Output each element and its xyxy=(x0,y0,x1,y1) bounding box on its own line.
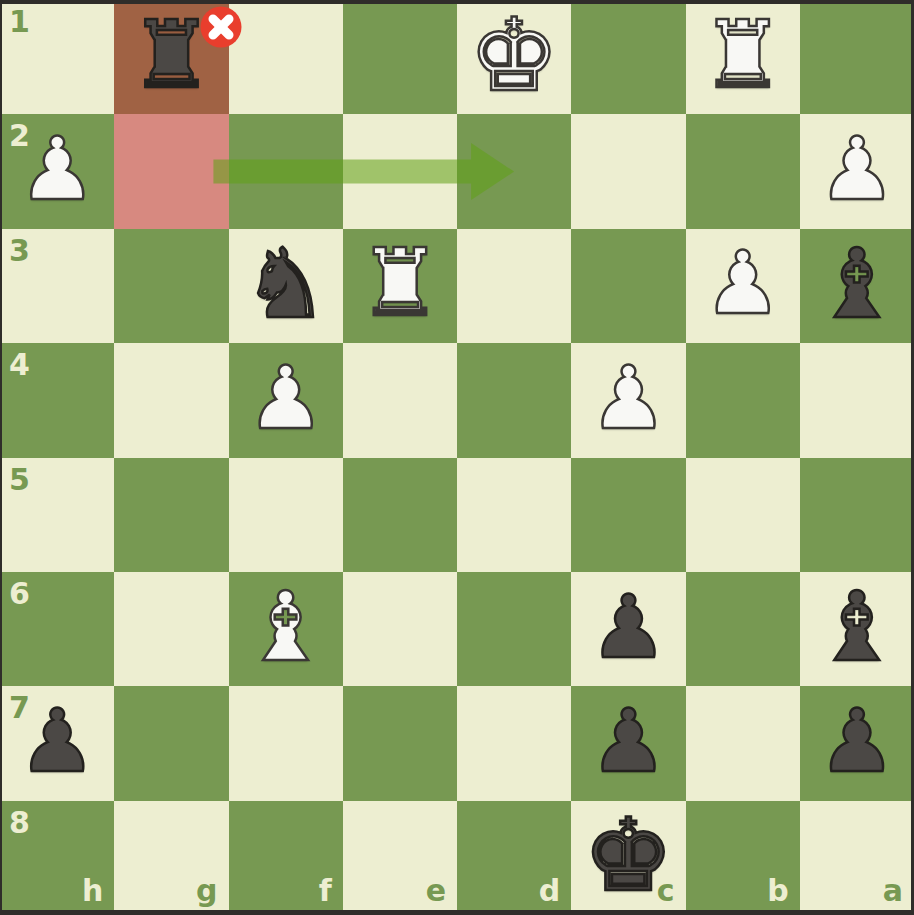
square-c3[interactable] xyxy=(571,229,685,343)
square-c8[interactable]: c♚ xyxy=(571,801,685,915)
square-c7[interactable]: ♟ xyxy=(571,686,685,800)
square-b3[interactable]: ♟ xyxy=(686,229,800,343)
black-pawn-h7[interactable]: ♟ xyxy=(0,686,114,800)
white-pawn-f4[interactable]: ♟ xyxy=(229,343,343,457)
square-g1[interactable]: ♜ xyxy=(114,0,228,114)
black-knight-f3[interactable]: ♞ xyxy=(229,229,343,343)
file-label-h: h xyxy=(82,873,103,908)
square-e5[interactable] xyxy=(343,458,457,572)
square-c2[interactable] xyxy=(571,114,685,228)
square-h6[interactable]: 6 xyxy=(0,572,114,686)
file-label-f: f xyxy=(319,873,332,908)
square-a3[interactable]: ♝ xyxy=(800,229,914,343)
file-label-b: b xyxy=(767,873,788,908)
black-king-c8[interactable]: ♚ xyxy=(571,801,685,915)
file-label-e: e xyxy=(426,873,446,908)
square-f4[interactable]: ♟ xyxy=(229,343,343,457)
white-pawn-b3[interactable]: ♟ xyxy=(686,229,800,343)
white-pawn-h2[interactable]: ♟ xyxy=(0,114,114,228)
square-g3[interactable] xyxy=(114,229,228,343)
square-d5[interactable] xyxy=(457,458,571,572)
square-d6[interactable] xyxy=(457,572,571,686)
square-c1[interactable] xyxy=(571,0,685,114)
square-f8[interactable]: f xyxy=(229,801,343,915)
board-border-top xyxy=(0,0,914,4)
white-rook-b1[interactable]: ♜ xyxy=(686,0,800,114)
square-e1[interactable] xyxy=(343,0,457,114)
square-a6[interactable]: ♝ xyxy=(800,572,914,686)
square-e6[interactable] xyxy=(343,572,457,686)
board-border-left xyxy=(0,0,2,915)
board-grid: 1♜♚♜2♟♟3♞♜♟♝4♟♟56♝♟♝7♟♟♟8hgfedc♚ba xyxy=(0,0,914,915)
square-b6[interactable] xyxy=(686,572,800,686)
black-pawn-c6[interactable]: ♟ xyxy=(571,572,685,686)
square-b7[interactable] xyxy=(686,686,800,800)
square-a1[interactable] xyxy=(800,0,914,114)
square-h7[interactable]: 7♟ xyxy=(0,686,114,800)
square-e7[interactable] xyxy=(343,686,457,800)
white-pawn-c4[interactable]: ♟ xyxy=(571,343,685,457)
square-g8[interactable]: g xyxy=(114,801,228,915)
square-d7[interactable] xyxy=(457,686,571,800)
square-g4[interactable] xyxy=(114,343,228,457)
rank-label-8: 8 xyxy=(9,805,30,840)
square-f1[interactable] xyxy=(229,0,343,114)
chess-board: 1♜♚♜2♟♟3♞♜♟♝4♟♟56♝♟♝7♟♟♟8hgfedc♚ba xyxy=(0,0,914,915)
file-label-a: a xyxy=(883,873,903,908)
square-h1[interactable]: 1 xyxy=(0,0,114,114)
square-c4[interactable]: ♟ xyxy=(571,343,685,457)
square-f6[interactable]: ♝ xyxy=(229,572,343,686)
square-c5[interactable] xyxy=(571,458,685,572)
square-d8[interactable]: d xyxy=(457,801,571,915)
rank-label-3: 3 xyxy=(9,233,30,268)
square-a8[interactable]: a xyxy=(800,801,914,915)
board-border-bottom xyxy=(0,910,914,915)
square-h3[interactable]: 3 xyxy=(0,229,114,343)
square-g2[interactable] xyxy=(114,114,228,228)
black-bishop-a6[interactable]: ♝ xyxy=(800,572,914,686)
black-pawn-c7[interactable]: ♟ xyxy=(571,686,685,800)
square-e8[interactable]: e xyxy=(343,801,457,915)
square-g5[interactable] xyxy=(114,458,228,572)
rank-label-6: 6 xyxy=(9,576,30,611)
square-b1[interactable]: ♜ xyxy=(686,0,800,114)
file-label-g: g xyxy=(196,873,217,908)
square-h2[interactable]: 2♟ xyxy=(0,114,114,228)
white-bishop-f6[interactable]: ♝ xyxy=(229,572,343,686)
square-b8[interactable]: b xyxy=(686,801,800,915)
square-h5[interactable]: 5 xyxy=(0,458,114,572)
square-a2[interactable]: ♟ xyxy=(800,114,914,228)
white-rook-e3[interactable]: ♜ xyxy=(343,229,457,343)
square-d3[interactable] xyxy=(457,229,571,343)
square-a7[interactable]: ♟ xyxy=(800,686,914,800)
black-rook-g1[interactable]: ♜ xyxy=(114,0,228,114)
square-f5[interactable] xyxy=(229,458,343,572)
square-e2[interactable] xyxy=(343,114,457,228)
black-bishop-a3[interactable]: ♝ xyxy=(800,229,914,343)
file-label-d: d xyxy=(539,873,560,908)
square-g7[interactable] xyxy=(114,686,228,800)
rank-label-4: 4 xyxy=(9,347,30,382)
square-f3[interactable]: ♞ xyxy=(229,229,343,343)
square-c6[interactable]: ♟ xyxy=(571,572,685,686)
square-b2[interactable] xyxy=(686,114,800,228)
square-e3[interactable]: ♜ xyxy=(343,229,457,343)
square-b4[interactable] xyxy=(686,343,800,457)
rank-label-1: 1 xyxy=(9,4,30,39)
square-a4[interactable] xyxy=(800,343,914,457)
square-h4[interactable]: 4 xyxy=(0,343,114,457)
square-d4[interactable] xyxy=(457,343,571,457)
rank-label-5: 5 xyxy=(9,462,30,497)
square-a5[interactable] xyxy=(800,458,914,572)
white-pawn-a2[interactable]: ♟ xyxy=(800,114,914,228)
square-h8[interactable]: 8h xyxy=(0,801,114,915)
white-king-d1[interactable]: ♚ xyxy=(457,0,571,114)
square-g6[interactable] xyxy=(114,572,228,686)
black-pawn-a7[interactable]: ♟ xyxy=(800,686,914,800)
square-d1[interactable]: ♚ xyxy=(457,0,571,114)
square-b5[interactable] xyxy=(686,458,800,572)
square-d2[interactable] xyxy=(457,114,571,228)
square-e4[interactable] xyxy=(343,343,457,457)
square-f7[interactable] xyxy=(229,686,343,800)
square-f2[interactable] xyxy=(229,114,343,228)
